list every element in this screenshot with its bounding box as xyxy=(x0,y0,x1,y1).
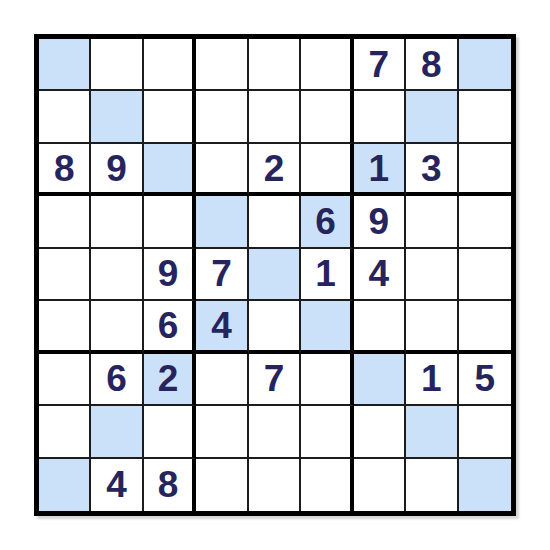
given-digit: 6 xyxy=(106,360,127,397)
cell-r1c7[interactable]: 7 xyxy=(354,39,406,91)
cell-r4c5[interactable] xyxy=(249,196,301,248)
given-digit: 4 xyxy=(369,255,390,292)
cell-r9c7[interactable] xyxy=(354,459,406,511)
given-digit: 9 xyxy=(369,203,390,240)
cell-r1c4[interactable] xyxy=(196,39,248,91)
cell-r1c5[interactable] xyxy=(249,39,301,91)
cell-r3c3[interactable] xyxy=(144,144,196,196)
cell-r2c4[interactable] xyxy=(196,91,248,143)
cell-r4c1[interactable] xyxy=(39,196,91,248)
given-digit: 5 xyxy=(474,360,495,397)
cell-r8c8[interactable] xyxy=(406,406,458,458)
cell-r5c8[interactable] xyxy=(406,249,458,301)
cell-r3c9[interactable] xyxy=(459,144,511,196)
cell-r8c2[interactable] xyxy=(91,406,143,458)
cell-r8c3[interactable] xyxy=(144,406,196,458)
cell-r2c1[interactable] xyxy=(39,91,91,143)
cell-r6c3[interactable]: 6 xyxy=(144,301,196,353)
cell-r6c5[interactable] xyxy=(249,301,301,353)
cell-r8c6[interactable] xyxy=(301,406,353,458)
given-digit: 8 xyxy=(54,150,75,187)
given-digit: 9 xyxy=(158,255,179,292)
cell-r5c6[interactable]: 1 xyxy=(301,249,353,301)
cell-r8c9[interactable] xyxy=(459,406,511,458)
cell-r1c2[interactable] xyxy=(91,39,143,91)
given-digit: 8 xyxy=(158,466,179,503)
cell-r1c3[interactable] xyxy=(144,39,196,91)
cell-r2c5[interactable] xyxy=(249,91,301,143)
cell-r6c6[interactable] xyxy=(301,301,353,353)
given-digit: 7 xyxy=(369,46,390,83)
given-digit: 7 xyxy=(264,360,285,397)
cell-r1c6[interactable] xyxy=(301,39,353,91)
cell-r2c2[interactable] xyxy=(91,91,143,143)
cell-r1c8[interactable]: 8 xyxy=(406,39,458,91)
cell-r2c9[interactable] xyxy=(459,91,511,143)
cell-r4c4[interactable] xyxy=(196,196,248,248)
cell-r7c2[interactable]: 6 xyxy=(91,354,143,406)
cell-r9c1[interactable] xyxy=(39,459,91,511)
sudoku-page: 7889213699714646271548 xyxy=(0,0,550,550)
cell-r9c6[interactable] xyxy=(301,459,353,511)
given-digit: 6 xyxy=(158,307,179,344)
given-digit: 1 xyxy=(369,150,390,187)
given-digit: 9 xyxy=(106,150,127,187)
cell-r4c9[interactable] xyxy=(459,196,511,248)
cell-r1c9[interactable] xyxy=(459,39,511,91)
given-digit: 1 xyxy=(421,360,442,397)
cell-r9c3[interactable]: 8 xyxy=(144,459,196,511)
given-digit: 2 xyxy=(158,360,179,397)
cell-r5c1[interactable] xyxy=(39,249,91,301)
cell-r8c1[interactable] xyxy=(39,406,91,458)
cell-r8c5[interactable] xyxy=(249,406,301,458)
cell-r4c6[interactable]: 6 xyxy=(301,196,353,248)
cell-r6c4[interactable]: 4 xyxy=(196,301,248,353)
cell-r2c6[interactable] xyxy=(301,91,353,143)
given-digit: 2 xyxy=(264,150,285,187)
given-digit: 4 xyxy=(211,307,232,344)
cell-r5c4[interactable]: 7 xyxy=(196,249,248,301)
cell-r9c5[interactable] xyxy=(249,459,301,511)
cell-r9c8[interactable] xyxy=(406,459,458,511)
cell-r4c3[interactable] xyxy=(144,196,196,248)
cell-r6c2[interactable] xyxy=(91,301,143,353)
cell-r7c9[interactable]: 5 xyxy=(459,354,511,406)
cell-r5c9[interactable] xyxy=(459,249,511,301)
cell-r3c1[interactable]: 8 xyxy=(39,144,91,196)
cell-r6c7[interactable] xyxy=(354,301,406,353)
cell-r7c5[interactable]: 7 xyxy=(249,354,301,406)
cell-r7c3[interactable]: 2 xyxy=(144,354,196,406)
cell-r9c9[interactable] xyxy=(459,459,511,511)
cell-r5c2[interactable] xyxy=(91,249,143,301)
cell-r4c7[interactable]: 9 xyxy=(354,196,406,248)
given-digit: 6 xyxy=(315,203,336,240)
cell-r7c4[interactable] xyxy=(196,354,248,406)
given-digit: 4 xyxy=(106,466,127,503)
cell-r6c8[interactable] xyxy=(406,301,458,353)
cell-r6c9[interactable] xyxy=(459,301,511,353)
cell-r5c3[interactable]: 9 xyxy=(144,249,196,301)
cell-r3c2[interactable]: 9 xyxy=(91,144,143,196)
given-digit: 8 xyxy=(421,46,442,83)
cell-r7c7[interactable] xyxy=(354,354,406,406)
cell-r6c1[interactable] xyxy=(39,301,91,353)
given-digit: 7 xyxy=(211,255,232,292)
cell-r5c7[interactable]: 4 xyxy=(354,249,406,301)
cell-r8c7[interactable] xyxy=(354,406,406,458)
cell-r3c5[interactable]: 2 xyxy=(249,144,301,196)
cell-r4c2[interactable] xyxy=(91,196,143,248)
cell-r7c8[interactable]: 1 xyxy=(406,354,458,406)
cell-r2c8[interactable] xyxy=(406,91,458,143)
sudoku-board: 7889213699714646271548 xyxy=(34,34,516,516)
given-digit: 1 xyxy=(315,255,336,292)
cell-r7c1[interactable] xyxy=(39,354,91,406)
cell-r2c3[interactable] xyxy=(144,91,196,143)
cell-r1c1[interactable] xyxy=(39,39,91,91)
cell-r2c7[interactable] xyxy=(354,91,406,143)
cell-r9c4[interactable] xyxy=(196,459,248,511)
cell-r7c6[interactable] xyxy=(301,354,353,406)
cell-r5c5[interactable] xyxy=(249,249,301,301)
given-digit: 3 xyxy=(421,150,442,187)
cell-r8c4[interactable] xyxy=(196,406,248,458)
cell-r4c8[interactable] xyxy=(406,196,458,248)
cell-r9c2[interactable]: 4 xyxy=(91,459,143,511)
cell-r3c8[interactable]: 3 xyxy=(406,144,458,196)
cell-r3c6[interactable] xyxy=(301,144,353,196)
cell-r3c4[interactable] xyxy=(196,144,248,196)
cell-r3c7[interactable]: 1 xyxy=(354,144,406,196)
